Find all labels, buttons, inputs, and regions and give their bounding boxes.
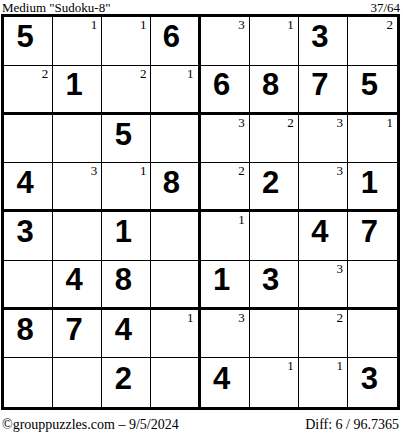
pencil-mark: 1: [187, 311, 194, 324]
cell-r1c7[interactable]: 3: [299, 17, 348, 66]
cell-digit: 4: [213, 363, 230, 394]
cell-r4c5[interactable]: 2: [201, 163, 250, 212]
pencil-mark: 2: [238, 164, 245, 177]
footer: ©grouppuzzles.com – 9/5/2024 Diff: 6 / 9…: [0, 415, 403, 435]
cell-r2c1[interactable]: 2: [4, 66, 53, 115]
cell-r2c5[interactable]: 6: [201, 66, 250, 115]
cell-r8c7[interactable]: 1: [299, 358, 348, 407]
sudoku-board: 5116313221216875532314318223131147481338…: [1, 14, 400, 410]
pencil-mark: 1: [140, 18, 147, 31]
cell-digit: 5: [16, 21, 33, 52]
cell-r3c2[interactable]: [53, 115, 102, 164]
cell-r4c6[interactable]: 2: [250, 163, 299, 212]
cell-r5c6[interactable]: [250, 212, 299, 261]
cell-digit: 3: [361, 363, 378, 394]
cell-digit: 5: [361, 69, 378, 100]
cell-digit: 4: [115, 314, 132, 345]
cell-r5c4[interactable]: [151, 212, 200, 261]
pencil-mark: 1: [140, 164, 147, 177]
cell-r6c4[interactable]: [151, 261, 200, 310]
cell-r7c2[interactable]: 7: [53, 310, 102, 359]
cell-digit: 8: [115, 264, 132, 295]
pencil-mark: 3: [91, 164, 98, 177]
cell-r3c4[interactable]: [151, 115, 200, 164]
pencil-mark: 1: [287, 18, 294, 31]
sudoku-page: Medium "Sudoku-8" 37/64 5116313221216875…: [0, 0, 403, 437]
cell-r7c8[interactable]: [348, 310, 397, 359]
cell-r7c5[interactable]: 3: [201, 310, 250, 359]
cell-r1c6[interactable]: 1: [250, 17, 299, 66]
pencil-mark: 1: [336, 359, 343, 372]
cell-digit: 3: [311, 21, 328, 52]
cell-r1c3[interactable]: 1: [102, 17, 151, 66]
cell-r5c5[interactable]: 1: [201, 212, 250, 261]
cell-r7c7[interactable]: 2: [299, 310, 348, 359]
cell-digit: 1: [66, 69, 83, 100]
cell-r5c1[interactable]: 3: [4, 212, 53, 261]
cell-digit: 4: [66, 264, 83, 295]
pencil-mark: 2: [140, 67, 147, 80]
pencil-mark: 3: [238, 311, 245, 324]
progress-counter: 37/64: [370, 1, 400, 14]
cell-r4c7[interactable]: 3: [299, 163, 348, 212]
puzzle-title: Medium "Sudoku-8": [2, 1, 110, 14]
cell-r6c6[interactable]: 3: [250, 261, 299, 310]
pencil-mark: 3: [238, 116, 245, 129]
cell-digit: 6: [163, 21, 180, 52]
cell-r6c1[interactable]: [4, 261, 53, 310]
cell-r3c6[interactable]: 2: [250, 115, 299, 164]
cell-r3c1[interactable]: [4, 115, 53, 164]
pencil-mark: 1: [238, 213, 245, 226]
cell-r7c4[interactable]: 1: [151, 310, 200, 359]
cell-r8c4[interactable]: [151, 358, 200, 407]
cell-r6c2[interactable]: 4: [53, 261, 102, 310]
cell-r5c2[interactable]: [53, 212, 102, 261]
difficulty-text: Diff: 6 / 96.7365: [305, 418, 399, 432]
copyright-text: ©grouppuzzles.com – 9/5/2024: [2, 418, 179, 432]
cell-digit: 6: [213, 69, 230, 100]
cell-digit: 5: [115, 119, 132, 150]
cell-r2c8[interactable]: 5: [348, 66, 397, 115]
cell-r6c5[interactable]: 1: [201, 261, 250, 310]
pencil-mark: 3: [336, 116, 343, 129]
cell-r7c1[interactable]: 8: [4, 310, 53, 359]
pencil-mark: 2: [336, 311, 343, 324]
cell-digit: 1: [115, 216, 132, 247]
cell-r1c5[interactable]: 3: [201, 17, 250, 66]
cell-digit: 7: [311, 69, 328, 100]
cell-r8c1[interactable]: [4, 358, 53, 407]
cell-r4c3[interactable]: 1: [102, 163, 151, 212]
pencil-mark: 3: [238, 18, 245, 31]
cell-digit: 1: [213, 264, 230, 295]
cell-digit: 4: [16, 167, 33, 198]
cell-digit: 8: [16, 314, 33, 345]
cell-r4c2[interactable]: 3: [53, 163, 102, 212]
pencil-mark: 3: [336, 262, 343, 275]
cell-r5c8[interactable]: 7: [348, 212, 397, 261]
cell-digit: 2: [262, 167, 279, 198]
cell-digit: 8: [163, 167, 180, 198]
header: Medium "Sudoku-8" 37/64: [0, 0, 403, 14]
cell-digit: 2: [115, 363, 132, 394]
cell-r7c3[interactable]: 4: [102, 310, 151, 359]
pencil-mark: 2: [387, 18, 394, 31]
cell-r3c8[interactable]: 1: [348, 115, 397, 164]
pencil-mark: 1: [187, 67, 194, 80]
pencil-mark: 1: [287, 359, 294, 372]
cell-digit: 3: [262, 264, 279, 295]
cell-r8c6[interactable]: 1: [250, 358, 299, 407]
cell-r5c3[interactable]: 1: [102, 212, 151, 261]
cell-r6c3[interactable]: 8: [102, 261, 151, 310]
cell-r4c4[interactable]: 8: [151, 163, 200, 212]
cell-digit: 3: [16, 216, 33, 247]
pencil-mark: 1: [387, 116, 394, 129]
cell-r6c7[interactable]: 3: [299, 261, 348, 310]
cell-r2c7[interactable]: 7: [299, 66, 348, 115]
cell-r1c8[interactable]: 2: [348, 17, 397, 66]
cell-r6c8[interactable]: [348, 261, 397, 310]
pencil-mark: 2: [42, 67, 49, 80]
cell-r3c3[interactable]: 5: [102, 115, 151, 164]
cell-r4c8[interactable]: 1: [348, 163, 397, 212]
cell-r2c2[interactable]: 1: [53, 66, 102, 115]
cell-r1c1[interactable]: 5: [4, 17, 53, 66]
cell-digit: 7: [66, 314, 83, 345]
cell-r2c6[interactable]: 8: [250, 66, 299, 115]
cell-digit: 4: [311, 216, 328, 247]
cell-r2c4[interactable]: 1: [151, 66, 200, 115]
cell-r8c5[interactable]: 4: [201, 358, 250, 407]
cell-r1c2[interactable]: 1: [53, 17, 102, 66]
cell-r2c3[interactable]: 2: [102, 66, 151, 115]
cell-digit: 8: [262, 69, 279, 100]
cell-r5c7[interactable]: 4: [299, 212, 348, 261]
cell-r8c3[interactable]: 2: [102, 358, 151, 407]
cell-r8c2[interactable]: [53, 358, 102, 407]
cell-r8c8[interactable]: 3: [348, 358, 397, 407]
cell-r3c7[interactable]: 3: [299, 115, 348, 164]
cell-digit: 7: [361, 216, 378, 247]
cell-r1c4[interactable]: 6: [151, 17, 200, 66]
pencil-mark: 1: [91, 18, 98, 31]
cell-r4c1[interactable]: 4: [4, 163, 53, 212]
cell-digit: 1: [361, 167, 378, 198]
pencil-mark: 3: [336, 164, 343, 177]
cell-r7c6[interactable]: [250, 310, 299, 359]
cell-r3c5[interactable]: 3: [201, 115, 250, 164]
pencil-mark: 2: [287, 116, 294, 129]
